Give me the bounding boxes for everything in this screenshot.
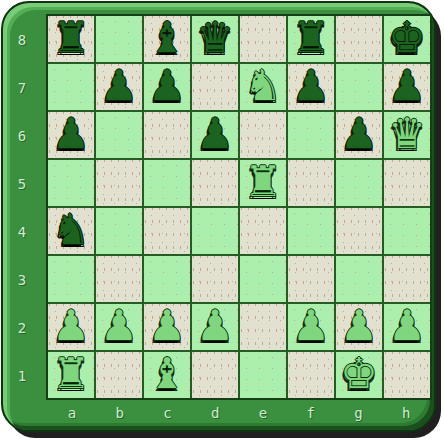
piece-black-pawn[interactable]: ♟: [196, 111, 234, 157]
piece-black-rook[interactable]: ♜: [52, 15, 90, 61]
piece-white-pawn[interactable]: ♟: [52, 303, 90, 349]
square-g6[interactable]: ♟: [336, 112, 382, 158]
file-label-h: h: [382, 400, 430, 426]
piece-white-pawn[interactable]: ♟: [100, 303, 138, 349]
square-e2[interactable]: [240, 304, 286, 350]
chess-app-window: 87654321 abcdefgh ♜♝♛♜♚♟♟♞♟♟♟♟♟♛♜♞♟♟♟♟♟♟…: [0, 0, 444, 442]
square-f8[interactable]: ♜: [288, 16, 334, 62]
piece-black-king[interactable]: ♚: [388, 15, 426, 61]
file-label-f: f: [287, 400, 335, 426]
square-a2[interactable]: ♟: [48, 304, 94, 350]
piece-white-rook[interactable]: ♜: [52, 351, 90, 397]
square-g4[interactable]: [336, 208, 382, 254]
square-e4[interactable]: [240, 208, 286, 254]
square-b3[interactable]: [96, 256, 142, 302]
square-d5[interactable]: [192, 160, 238, 206]
square-d3[interactable]: [192, 256, 238, 302]
rank-labels: 87654321: [0, 16, 44, 400]
piece-black-pawn[interactable]: ♟: [340, 111, 378, 157]
square-b4[interactable]: [96, 208, 142, 254]
piece-black-pawn[interactable]: ♟: [292, 63, 330, 109]
square-d6[interactable]: ♟: [192, 112, 238, 158]
square-f2[interactable]: ♟: [288, 304, 334, 350]
square-b2[interactable]: ♟: [96, 304, 142, 350]
piece-white-knight[interactable]: ♞: [244, 63, 282, 109]
square-a7[interactable]: [48, 64, 94, 110]
piece-black-pawn[interactable]: ♟: [100, 63, 138, 109]
piece-white-queen[interactable]: ♛: [388, 111, 426, 157]
square-h6[interactable]: ♛: [384, 112, 430, 158]
square-f1[interactable]: [288, 352, 334, 398]
square-g1[interactable]: ♚: [336, 352, 382, 398]
square-e1[interactable]: [240, 352, 286, 398]
piece-white-pawn[interactable]: ♟: [388, 303, 426, 349]
square-a4[interactable]: ♞: [48, 208, 94, 254]
square-d8[interactable]: ♛: [192, 16, 238, 62]
piece-white-pawn[interactable]: ♟: [340, 303, 378, 349]
rank-label-6: 6: [0, 112, 44, 160]
square-f7[interactable]: ♟: [288, 64, 334, 110]
square-c5[interactable]: [144, 160, 190, 206]
square-h8[interactable]: ♚: [384, 16, 430, 62]
square-c1[interactable]: ♝: [144, 352, 190, 398]
square-h7[interactable]: ♟: [384, 64, 430, 110]
square-g3[interactable]: [336, 256, 382, 302]
square-c6[interactable]: [144, 112, 190, 158]
square-d4[interactable]: [192, 208, 238, 254]
square-g5[interactable]: [336, 160, 382, 206]
square-e7[interactable]: ♞: [240, 64, 286, 110]
square-f4[interactable]: [288, 208, 334, 254]
square-h2[interactable]: ♟: [384, 304, 430, 350]
square-f3[interactable]: [288, 256, 334, 302]
rank-label-4: 4: [0, 208, 44, 256]
rank-label-7: 7: [0, 64, 44, 112]
file-label-c: c: [144, 400, 192, 426]
square-b5[interactable]: [96, 160, 142, 206]
square-h4[interactable]: [384, 208, 430, 254]
square-h3[interactable]: [384, 256, 430, 302]
square-a3[interactable]: [48, 256, 94, 302]
square-h1[interactable]: [384, 352, 430, 398]
file-labels: abcdefgh: [48, 400, 430, 426]
piece-white-bishop[interactable]: ♝: [148, 351, 186, 397]
square-b1[interactable]: [96, 352, 142, 398]
square-e5[interactable]: ♜: [240, 160, 286, 206]
square-e6[interactable]: [240, 112, 286, 158]
piece-black-rook[interactable]: ♜: [292, 15, 330, 61]
file-label-a: a: [48, 400, 96, 426]
file-label-b: b: [96, 400, 144, 426]
rank-label-5: 5: [0, 160, 44, 208]
square-b7[interactable]: ♟: [96, 64, 142, 110]
piece-black-pawn[interactable]: ♟: [148, 63, 186, 109]
square-c8[interactable]: ♝: [144, 16, 190, 62]
square-f6[interactable]: [288, 112, 334, 158]
rank-label-8: 8: [0, 16, 44, 64]
rank-label-3: 3: [0, 256, 44, 304]
square-a8[interactable]: ♜: [48, 16, 94, 62]
square-a6[interactable]: ♟: [48, 112, 94, 158]
square-g2[interactable]: ♟: [336, 304, 382, 350]
piece-black-pawn[interactable]: ♟: [52, 111, 90, 157]
file-label-e: e: [239, 400, 287, 426]
piece-white-rook[interactable]: ♜: [244, 159, 282, 205]
piece-black-queen[interactable]: ♛: [196, 15, 234, 61]
square-c3[interactable]: [144, 256, 190, 302]
square-b8[interactable]: [96, 16, 142, 62]
square-g8[interactable]: [336, 16, 382, 62]
rank-label-1: 1: [0, 352, 44, 400]
square-a1[interactable]: ♜: [48, 352, 94, 398]
piece-white-pawn[interactable]: ♟: [148, 303, 186, 349]
piece-white-pawn[interactable]: ♟: [292, 303, 330, 349]
square-d7[interactable]: [192, 64, 238, 110]
square-c4[interactable]: [144, 208, 190, 254]
square-f5[interactable]: [288, 160, 334, 206]
piece-black-pawn[interactable]: ♟: [388, 63, 426, 109]
square-g7[interactable]: [336, 64, 382, 110]
square-c2[interactable]: ♟: [144, 304, 190, 350]
square-b6[interactable]: [96, 112, 142, 158]
square-d1[interactable]: [192, 352, 238, 398]
square-e8[interactable]: [240, 16, 286, 62]
file-label-d: d: [191, 400, 239, 426]
square-d2[interactable]: ♟: [192, 304, 238, 350]
piece-white-pawn[interactable]: ♟: [196, 303, 234, 349]
rank-label-2: 2: [0, 304, 44, 352]
piece-black-bishop[interactable]: ♝: [148, 15, 186, 61]
piece-black-knight[interactable]: ♞: [52, 207, 90, 253]
chess-board: ♜♝♛♜♚♟♟♞♟♟♟♟♟♛♜♞♟♟♟♟♟♟♟♜♝♚: [46, 14, 432, 400]
file-label-g: g: [335, 400, 383, 426]
piece-white-king[interactable]: ♚: [340, 351, 378, 397]
square-e3[interactable]: [240, 256, 286, 302]
square-c7[interactable]: ♟: [144, 64, 190, 110]
square-h5[interactable]: [384, 160, 430, 206]
square-a5[interactable]: [48, 160, 94, 206]
